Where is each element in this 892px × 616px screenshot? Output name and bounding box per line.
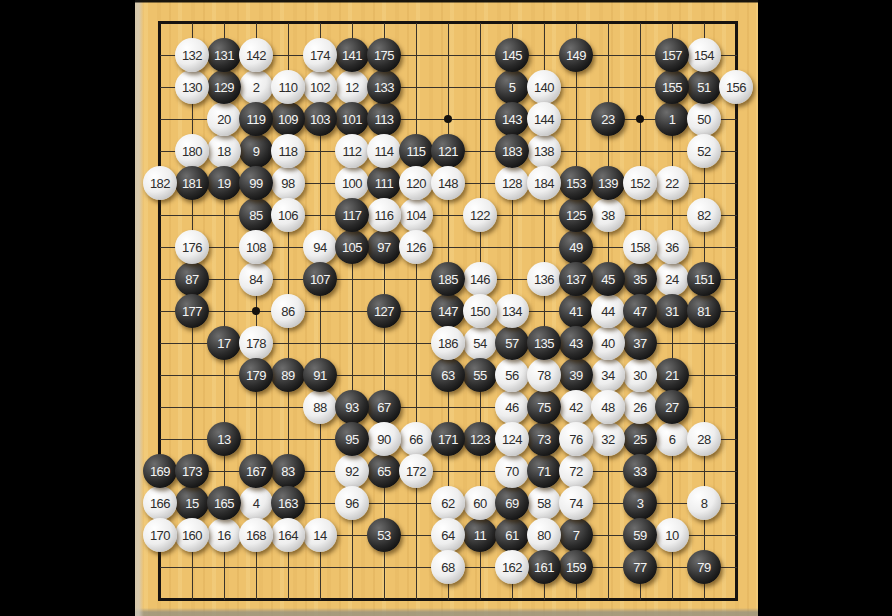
stone-white-164[interactable]: 164 bbox=[271, 518, 305, 552]
star-point bbox=[636, 115, 644, 123]
stone-white-50[interactable]: 50 bbox=[687, 102, 721, 136]
stone-black-67[interactable]: 67 bbox=[367, 390, 401, 424]
stone-black-73[interactable]: 73 bbox=[527, 422, 561, 456]
stone-white-12[interactable]: 12 bbox=[335, 70, 369, 104]
stone-white-8[interactable]: 8 bbox=[687, 486, 721, 520]
stone-black-33[interactable]: 33 bbox=[623, 454, 657, 488]
stone-white-124[interactable]: 124 bbox=[495, 422, 529, 456]
stone-black-27[interactable]: 27 bbox=[655, 390, 689, 424]
stone-white-146[interactable]: 146 bbox=[463, 262, 497, 296]
stone-black-141[interactable]: 141 bbox=[335, 38, 369, 72]
stone-white-20[interactable]: 20 bbox=[207, 102, 241, 136]
stone-black-113[interactable]: 113 bbox=[367, 102, 401, 136]
stone-white-16[interactable]: 16 bbox=[207, 518, 241, 552]
stone-white-14[interactable]: 14 bbox=[303, 518, 337, 552]
stone-black-11[interactable]: 11 bbox=[463, 518, 497, 552]
stone-black-47[interactable]: 47 bbox=[623, 294, 657, 328]
stone-black-147[interactable]: 147 bbox=[431, 294, 465, 328]
stone-white-52[interactable]: 52 bbox=[687, 134, 721, 168]
stone-black-117[interactable]: 117 bbox=[335, 198, 369, 232]
stone-white-60[interactable]: 60 bbox=[463, 486, 497, 520]
stone-white-166[interactable]: 166 bbox=[143, 486, 177, 520]
stone-white-152[interactable]: 152 bbox=[623, 166, 657, 200]
stone-black-171[interactable]: 171 bbox=[431, 422, 465, 456]
stone-black-163[interactable]: 163 bbox=[271, 486, 305, 520]
stone-white-162[interactable]: 162 bbox=[495, 550, 529, 584]
stone-black-37[interactable]: 37 bbox=[623, 326, 657, 360]
stone-white-114[interactable]: 114 bbox=[367, 134, 401, 168]
stone-white-76[interactable]: 76 bbox=[559, 422, 593, 456]
stone-white-148[interactable]: 148 bbox=[431, 166, 465, 200]
stone-black-31[interactable]: 31 bbox=[655, 294, 689, 328]
stone-black-89[interactable]: 89 bbox=[271, 358, 305, 392]
stone-black-51[interactable]: 51 bbox=[687, 70, 721, 104]
stone-white-40[interactable]: 40 bbox=[591, 326, 625, 360]
stone-white-74[interactable]: 74 bbox=[559, 486, 593, 520]
stone-black-93[interactable]: 93 bbox=[335, 390, 369, 424]
stone-black-85[interactable]: 85 bbox=[239, 198, 273, 232]
stone-white-118[interactable]: 118 bbox=[271, 134, 305, 168]
stone-black-79[interactable]: 79 bbox=[687, 550, 721, 584]
stone-white-86[interactable]: 86 bbox=[271, 294, 305, 328]
go-board[interactable]: 1234567891011121314151617181920212223242… bbox=[135, 0, 758, 616]
stone-white-182[interactable]: 182 bbox=[143, 166, 177, 200]
stone-black-13[interactable]: 13 bbox=[207, 422, 241, 456]
stone-black-95[interactable]: 95 bbox=[335, 422, 369, 456]
screen: { "game": "go", "app": { "background_col… bbox=[0, 0, 892, 616]
stone-black-61[interactable]: 61 bbox=[495, 518, 529, 552]
stone-white-6[interactable]: 6 bbox=[655, 422, 689, 456]
stone-black-53[interactable]: 53 bbox=[367, 518, 401, 552]
stone-black-123[interactable]: 123 bbox=[463, 422, 497, 456]
stone-black-167[interactable]: 167 bbox=[239, 454, 273, 488]
stone-black-109[interactable]: 109 bbox=[271, 102, 305, 136]
stone-white-168[interactable]: 168 bbox=[239, 518, 273, 552]
stone-white-18[interactable]: 18 bbox=[207, 134, 241, 168]
stone-white-54[interactable]: 54 bbox=[463, 326, 497, 360]
stone-white-36[interactable]: 36 bbox=[655, 230, 689, 264]
stone-white-2[interactable]: 2 bbox=[239, 70, 273, 104]
stone-black-127[interactable]: 127 bbox=[367, 294, 401, 328]
stone-black-69[interactable]: 69 bbox=[495, 486, 529, 520]
stone-black-125[interactable]: 125 bbox=[559, 198, 593, 232]
stone-white-84[interactable]: 84 bbox=[239, 262, 273, 296]
stone-white-104[interactable]: 104 bbox=[399, 198, 433, 232]
stone-black-129[interactable]: 129 bbox=[207, 70, 241, 104]
stone-black-143[interactable]: 143 bbox=[495, 102, 529, 136]
stone-black-173[interactable]: 173 bbox=[175, 454, 209, 488]
stone-black-45[interactable]: 45 bbox=[591, 262, 625, 296]
stone-black-75[interactable]: 75 bbox=[527, 390, 561, 424]
stone-black-119[interactable]: 119 bbox=[239, 102, 273, 136]
stone-white-126[interactable]: 126 bbox=[399, 230, 433, 264]
stone-black-71[interactable]: 71 bbox=[527, 454, 561, 488]
stone-black-57[interactable]: 57 bbox=[495, 326, 529, 360]
stone-black-179[interactable]: 179 bbox=[239, 358, 273, 392]
stone-white-106[interactable]: 106 bbox=[271, 198, 305, 232]
stone-black-83[interactable]: 83 bbox=[271, 454, 305, 488]
stone-white-4[interactable]: 4 bbox=[239, 486, 273, 520]
stone-white-66[interactable]: 66 bbox=[399, 422, 433, 456]
stone-black-7[interactable]: 7 bbox=[559, 518, 593, 552]
stone-black-39[interactable]: 39 bbox=[559, 358, 593, 392]
stone-black-23[interactable]: 23 bbox=[591, 102, 625, 136]
stone-white-116[interactable]: 116 bbox=[367, 198, 401, 232]
stone-white-82[interactable]: 82 bbox=[687, 198, 721, 232]
stone-white-90[interactable]: 90 bbox=[367, 422, 401, 456]
stone-black-111[interactable]: 111 bbox=[367, 166, 401, 200]
stone-white-112[interactable]: 112 bbox=[335, 134, 369, 168]
stone-white-78[interactable]: 78 bbox=[527, 358, 561, 392]
stone-white-62[interactable]: 62 bbox=[431, 486, 465, 520]
stone-white-108[interactable]: 108 bbox=[239, 230, 273, 264]
stone-white-56[interactable]: 56 bbox=[495, 358, 529, 392]
stone-black-77[interactable]: 77 bbox=[623, 550, 657, 584]
stone-white-180[interactable]: 180 bbox=[175, 134, 209, 168]
stone-white-88[interactable]: 88 bbox=[303, 390, 337, 424]
stone-white-28[interactable]: 28 bbox=[687, 422, 721, 456]
stone-black-97[interactable]: 97 bbox=[367, 230, 401, 264]
stone-black-81[interactable]: 81 bbox=[687, 294, 721, 328]
stone-black-3[interactable]: 3 bbox=[623, 486, 657, 520]
stone-black-5[interactable]: 5 bbox=[495, 70, 529, 104]
stone-white-184[interactable]: 184 bbox=[527, 166, 561, 200]
star-point bbox=[444, 115, 452, 123]
stone-black-135[interactable]: 135 bbox=[527, 326, 561, 360]
stone-white-10[interactable]: 10 bbox=[655, 518, 689, 552]
stone-black-165[interactable]: 165 bbox=[207, 486, 241, 520]
stone-black-177[interactable]: 177 bbox=[175, 294, 209, 328]
stone-black-91[interactable]: 91 bbox=[303, 358, 337, 392]
stone-white-128[interactable]: 128 bbox=[495, 166, 529, 200]
stone-black-105[interactable]: 105 bbox=[335, 230, 369, 264]
stone-black-137[interactable]: 137 bbox=[559, 262, 593, 296]
stone-black-133[interactable]: 133 bbox=[367, 70, 401, 104]
stone-black-169[interactable]: 169 bbox=[143, 454, 177, 488]
stone-white-48[interactable]: 48 bbox=[591, 390, 625, 424]
stone-black-41[interactable]: 41 bbox=[559, 294, 593, 328]
stone-black-9[interactable]: 9 bbox=[239, 134, 273, 168]
stone-black-181[interactable]: 181 bbox=[175, 166, 209, 200]
stone-white-24[interactable]: 24 bbox=[655, 262, 689, 296]
stone-black-63[interactable]: 63 bbox=[431, 358, 465, 392]
stone-white-98[interactable]: 98 bbox=[271, 166, 305, 200]
stone-white-58[interactable]: 58 bbox=[527, 486, 561, 520]
stone-white-132[interactable]: 132 bbox=[175, 38, 209, 72]
star-point bbox=[252, 307, 260, 315]
stone-black-49[interactable]: 49 bbox=[559, 230, 593, 264]
stone-white-46[interactable]: 46 bbox=[495, 390, 529, 424]
stone-white-142[interactable]: 142 bbox=[239, 38, 273, 72]
stone-white-38[interactable]: 38 bbox=[591, 198, 625, 232]
stone-white-140[interactable]: 140 bbox=[527, 70, 561, 104]
stone-white-100[interactable]: 100 bbox=[335, 166, 369, 200]
stone-black-153[interactable]: 153 bbox=[559, 166, 593, 200]
stone-black-145[interactable]: 145 bbox=[495, 38, 529, 72]
stone-white-130[interactable]: 130 bbox=[175, 70, 209, 104]
stone-black-161[interactable]: 161 bbox=[527, 550, 561, 584]
stone-black-151[interactable]: 151 bbox=[687, 262, 721, 296]
stone-white-136[interactable]: 136 bbox=[527, 262, 561, 296]
stone-black-157[interactable]: 157 bbox=[655, 38, 689, 72]
stone-black-59[interactable]: 59 bbox=[623, 518, 657, 552]
stone-white-94[interactable]: 94 bbox=[303, 230, 337, 264]
stone-white-174[interactable]: 174 bbox=[303, 38, 337, 72]
stone-black-21[interactable]: 21 bbox=[655, 358, 689, 392]
stone-black-87[interactable]: 87 bbox=[175, 262, 209, 296]
stone-white-96[interactable]: 96 bbox=[335, 486, 369, 520]
stone-black-131[interactable]: 131 bbox=[207, 38, 241, 72]
stone-white-154[interactable]: 154 bbox=[687, 38, 721, 72]
stone-black-115[interactable]: 115 bbox=[399, 134, 433, 168]
stone-black-17[interactable]: 17 bbox=[207, 326, 241, 360]
stone-white-122[interactable]: 122 bbox=[463, 198, 497, 232]
stone-black-1[interactable]: 1 bbox=[655, 102, 689, 136]
stone-white-186[interactable]: 186 bbox=[431, 326, 465, 360]
stone-white-30[interactable]: 30 bbox=[623, 358, 657, 392]
stone-black-183[interactable]: 183 bbox=[495, 134, 529, 168]
stone-black-15[interactable]: 15 bbox=[175, 486, 209, 520]
stone-white-32[interactable]: 32 bbox=[591, 422, 625, 456]
stone-black-139[interactable]: 139 bbox=[591, 166, 625, 200]
stone-white-144[interactable]: 144 bbox=[527, 102, 561, 136]
stone-black-149[interactable]: 149 bbox=[559, 38, 593, 72]
stone-white-110[interactable]: 110 bbox=[271, 70, 305, 104]
stone-white-158[interactable]: 158 bbox=[623, 230, 657, 264]
stone-white-156[interactable]: 156 bbox=[719, 70, 753, 104]
stone-white-26[interactable]: 26 bbox=[623, 390, 657, 424]
stone-black-159[interactable]: 159 bbox=[559, 550, 593, 584]
stone-black-175[interactable]: 175 bbox=[367, 38, 401, 72]
stone-black-19[interactable]: 19 bbox=[207, 166, 241, 200]
stone-white-42[interactable]: 42 bbox=[559, 390, 593, 424]
stone-white-34[interactable]: 34 bbox=[591, 358, 625, 392]
stone-white-44[interactable]: 44 bbox=[591, 294, 625, 328]
stone-white-150[interactable]: 150 bbox=[463, 294, 497, 328]
stone-white-72[interactable]: 72 bbox=[559, 454, 593, 488]
stone-black-107[interactable]: 107 bbox=[303, 262, 337, 296]
stone-white-92[interactable]: 92 bbox=[335, 454, 369, 488]
stone-black-55[interactable]: 55 bbox=[463, 358, 497, 392]
stone-black-185[interactable]: 185 bbox=[431, 262, 465, 296]
stone-white-176[interactable]: 176 bbox=[175, 230, 209, 264]
stone-black-25[interactable]: 25 bbox=[623, 422, 657, 456]
stone-white-70[interactable]: 70 bbox=[495, 454, 529, 488]
stone-white-160[interactable]: 160 bbox=[175, 518, 209, 552]
stone-white-64[interactable]: 64 bbox=[431, 518, 465, 552]
stone-black-121[interactable]: 121 bbox=[431, 134, 465, 168]
stone-white-22[interactable]: 22 bbox=[655, 166, 689, 200]
stone-black-43[interactable]: 43 bbox=[559, 326, 593, 360]
stone-white-120[interactable]: 120 bbox=[399, 166, 433, 200]
stone-black-155[interactable]: 155 bbox=[655, 70, 689, 104]
stone-white-102[interactable]: 102 bbox=[303, 70, 337, 104]
stone-black-65[interactable]: 65 bbox=[367, 454, 401, 488]
stone-black-101[interactable]: 101 bbox=[335, 102, 369, 136]
stone-white-178[interactable]: 178 bbox=[239, 326, 273, 360]
stone-white-68[interactable]: 68 bbox=[431, 550, 465, 584]
stone-black-99[interactable]: 99 bbox=[239, 166, 273, 200]
stone-white-172[interactable]: 172 bbox=[399, 454, 433, 488]
stone-black-103[interactable]: 103 bbox=[303, 102, 337, 136]
stone-white-80[interactable]: 80 bbox=[527, 518, 561, 552]
stone-white-134[interactable]: 134 bbox=[495, 294, 529, 328]
stone-white-138[interactable]: 138 bbox=[527, 134, 561, 168]
stone-white-170[interactable]: 170 bbox=[143, 518, 177, 552]
stone-black-35[interactable]: 35 bbox=[623, 262, 657, 296]
